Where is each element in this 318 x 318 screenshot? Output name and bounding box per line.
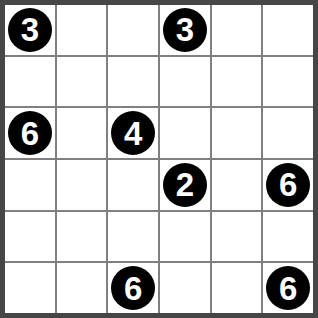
cell-r3c0[interactable]	[5, 160, 55, 210]
puzzle-board-wrap: 33642666	[0, 0, 318, 318]
cell-r0c0[interactable]: 3	[5, 5, 55, 55]
cell-r5c0[interactable]	[5, 263, 55, 313]
cell-r0c4[interactable]	[212, 5, 262, 55]
cell-r3c4[interactable]	[212, 160, 262, 210]
cell-r5c2[interactable]: 6	[108, 263, 158, 313]
cell-r1c4[interactable]	[212, 57, 262, 107]
cell-r3c3[interactable]: 2	[160, 160, 210, 210]
cell-r5c4[interactable]	[212, 263, 262, 313]
cell-r5c1[interactable]	[57, 263, 107, 313]
cell-r1c3[interactable]	[160, 57, 210, 107]
cell-r4c3[interactable]	[160, 212, 210, 262]
cell-r5c3[interactable]	[160, 263, 210, 313]
clue-circle: 3	[163, 8, 207, 52]
cell-r3c5[interactable]: 6	[263, 160, 313, 210]
cell-r2c2[interactable]: 4	[108, 108, 158, 158]
clue-circle: 6	[111, 266, 155, 310]
clue-circle: 4	[111, 111, 155, 155]
clue-circle: 6	[8, 111, 52, 155]
cell-r2c0[interactable]: 6	[5, 108, 55, 158]
cell-r2c1[interactable]	[57, 108, 107, 158]
cell-r4c5[interactable]	[263, 212, 313, 262]
shikaku-board: 33642666	[0, 0, 318, 318]
cell-r3c2[interactable]	[108, 160, 158, 210]
cell-r0c2[interactable]	[108, 5, 158, 55]
cell-r2c4[interactable]	[212, 108, 262, 158]
cell-r3c1[interactable]	[57, 160, 107, 210]
clue-circle: 6	[266, 163, 310, 207]
cell-r0c5[interactable]	[263, 5, 313, 55]
cell-r1c5[interactable]	[263, 57, 313, 107]
cell-r2c5[interactable]	[263, 108, 313, 158]
clue-circle: 3	[8, 8, 52, 52]
cell-r4c4[interactable]	[212, 212, 262, 262]
cell-r1c0[interactable]	[5, 57, 55, 107]
cell-r4c2[interactable]	[108, 212, 158, 262]
cell-r4c1[interactable]	[57, 212, 107, 262]
clue-circle: 2	[163, 163, 207, 207]
cell-r1c2[interactable]	[108, 57, 158, 107]
cell-r5c5[interactable]: 6	[263, 263, 313, 313]
cell-r0c1[interactable]	[57, 5, 107, 55]
cell-r2c3[interactable]	[160, 108, 210, 158]
cell-r4c0[interactable]	[5, 212, 55, 262]
clue-circle: 6	[266, 266, 310, 310]
cell-r1c1[interactable]	[57, 57, 107, 107]
cell-r0c3[interactable]: 3	[160, 5, 210, 55]
